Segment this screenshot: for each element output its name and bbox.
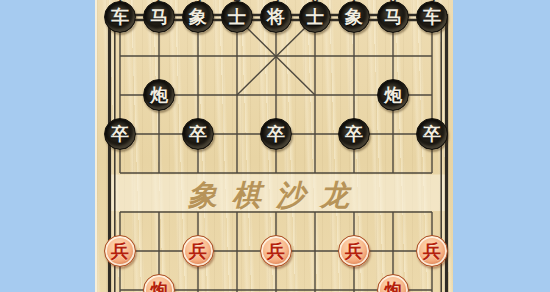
piece-black-soldier[interactable]: 卒 [338, 118, 370, 150]
piece-black-general[interactable]: 将 [260, 1, 292, 33]
piece-black-elephant[interactable]: 象 [338, 1, 370, 33]
piece-black-advisor[interactable]: 士 [221, 1, 253, 33]
piece-black-elephant[interactable]: 象 [182, 1, 214, 33]
piece-red-soldier[interactable]: 兵 [260, 235, 292, 267]
xiangqi-board[interactable]: 123456789 象棋沙龙 车马象士将士象马车炮炮卒卒卒卒卒兵兵兵兵兵炮炮 [95, 0, 453, 292]
screenshot-root: 123456789 象棋沙龙 车马象士将士象马车炮炮卒卒卒卒卒兵兵兵兵兵炮炮 [0, 0, 550, 292]
piece-black-horse[interactable]: 马 [377, 1, 409, 33]
piece-black-rook[interactable]: 车 [104, 1, 136, 33]
piece-black-cannon[interactable]: 炮 [143, 79, 175, 111]
piece-red-soldier[interactable]: 兵 [104, 235, 136, 267]
piece-black-rook[interactable]: 车 [416, 1, 448, 33]
piece-red-soldier[interactable]: 兵 [416, 235, 448, 267]
piece-red-soldier[interactable]: 兵 [182, 235, 214, 267]
piece-red-cannon[interactable]: 炮 [143, 274, 175, 292]
piece-red-cannon[interactable]: 炮 [377, 274, 409, 292]
piece-black-advisor[interactable]: 士 [299, 1, 331, 33]
piece-black-soldier[interactable]: 卒 [416, 118, 448, 150]
piece-black-horse[interactable]: 马 [143, 1, 175, 33]
piece-black-soldier[interactable]: 卒 [182, 118, 214, 150]
piece-red-soldier[interactable]: 兵 [338, 235, 370, 267]
piece-black-cannon[interactable]: 炮 [377, 79, 409, 111]
piece-black-soldier[interactable]: 卒 [260, 118, 292, 150]
piece-black-soldier[interactable]: 卒 [104, 118, 136, 150]
piece-grid: 车马象士将士象马车炮炮卒卒卒卒卒兵兵兵兵兵炮炮 [101, 0, 452, 292]
